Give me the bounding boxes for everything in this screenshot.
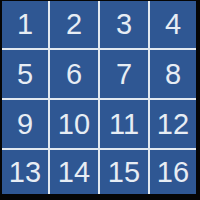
grid-cell-r1c4[interactable]: 4 — [150, 1, 196, 48]
grid-cell-r1c3[interactable]: 3 — [100, 1, 148, 48]
grid-cell-r2c4[interactable]: 8 — [150, 50, 196, 98]
grid-cell-r4c3[interactable]: 15 — [100, 150, 148, 194]
grid-cell-r3c3[interactable]: 11 — [100, 100, 148, 148]
grid-cell-r2c2[interactable]: 6 — [50, 50, 98, 98]
number-grid-board: 1 2 3 4 5 6 7 8 9 10 11 12 13 14 15 16 — [2, 1, 196, 194]
grid-cell-r4c2[interactable]: 14 — [50, 150, 98, 194]
grid-cell-r3c4[interactable]: 12 — [150, 100, 196, 148]
grid-cell-r4c4[interactable]: 16 — [150, 150, 196, 194]
grid-cell-r2c3[interactable]: 7 — [100, 50, 148, 98]
grid-cell-r3c2[interactable]: 10 — [50, 100, 98, 148]
grid-cell-r4c1[interactable]: 13 — [2, 150, 48, 194]
grid-cell-r3c1[interactable]: 9 — [2, 100, 48, 148]
grid-cell-r1c1[interactable]: 1 — [2, 1, 48, 48]
grid-cell-r2c1[interactable]: 5 — [2, 50, 48, 98]
grid-cell-r1c2[interactable]: 2 — [50, 1, 98, 48]
screen-background: 1 2 3 4 5 6 7 8 9 10 11 12 13 14 15 16 — [0, 0, 200, 200]
